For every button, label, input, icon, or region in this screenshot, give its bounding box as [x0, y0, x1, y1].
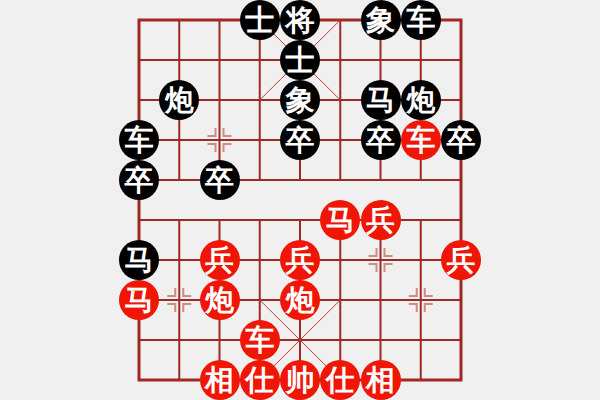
- piece-black-horse[interactable]: 马: [119, 240, 159, 280]
- piece-black-soldier[interactable]: 卒: [441, 120, 481, 160]
- piece-red-horse[interactable]: 马: [119, 280, 159, 320]
- piece-red-advisor[interactable]: 仕: [240, 360, 280, 400]
- piece-black-cannon[interactable]: 炮: [401, 80, 441, 120]
- piece-red-chariot[interactable]: 车: [240, 320, 280, 360]
- piece-red-advisor[interactable]: 仕: [320, 360, 360, 400]
- piece-black-horse[interactable]: 马: [361, 80, 401, 120]
- piece-black-soldier[interactable]: 卒: [280, 120, 320, 160]
- piece-red-soldier[interactable]: 兵: [200, 240, 240, 280]
- piece-red-elephant[interactable]: 相: [200, 360, 240, 400]
- pieces-layer: 士将象车士炮象马炮车卒卒车卒卒卒马兵马兵兵兵马炮炮车相仕帅仕相: [0, 0, 600, 400]
- piece-black-advisor[interactable]: 士: [240, 0, 280, 40]
- xiangqi-app: 士将象车士炮象马炮车卒卒车卒卒卒马兵马兵兵兵马炮炮车相仕帅仕相: [0, 0, 600, 400]
- piece-black-elephant[interactable]: 象: [361, 0, 401, 40]
- piece-red-soldier[interactable]: 兵: [280, 240, 320, 280]
- piece-black-general[interactable]: 将: [280, 0, 320, 40]
- piece-red-cannon[interactable]: 炮: [280, 280, 320, 320]
- piece-black-chariot[interactable]: 车: [401, 0, 441, 40]
- piece-red-horse[interactable]: 马: [320, 200, 360, 240]
- piece-red-cannon[interactable]: 炮: [200, 280, 240, 320]
- piece-black-advisor[interactable]: 士: [280, 40, 320, 80]
- piece-black-soldier[interactable]: 卒: [200, 160, 240, 200]
- piece-black-chariot[interactable]: 车: [119, 120, 159, 160]
- piece-black-cannon[interactable]: 炮: [159, 80, 199, 120]
- piece-black-soldier[interactable]: 卒: [119, 160, 159, 200]
- piece-red-chariot[interactable]: 车: [401, 120, 441, 160]
- piece-black-soldier[interactable]: 卒: [361, 120, 401, 160]
- xiangqi-board[interactable]: 士将象车士炮象马炮车卒卒车卒卒卒马兵马兵兵兵马炮炮车相仕帅仕相: [0, 0, 600, 400]
- piece-red-general[interactable]: 帅: [280, 360, 320, 400]
- piece-black-elephant[interactable]: 象: [280, 80, 320, 120]
- piece-red-soldier[interactable]: 兵: [441, 240, 481, 280]
- piece-red-elephant[interactable]: 相: [361, 360, 401, 400]
- piece-red-soldier[interactable]: 兵: [361, 200, 401, 240]
